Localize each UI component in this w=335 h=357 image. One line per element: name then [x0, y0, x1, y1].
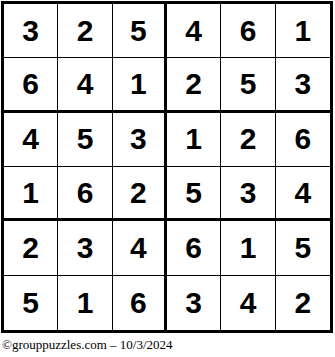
cell-r6c2: 1 — [58, 276, 112, 330]
cell-r5c5: 1 — [221, 221, 275, 275]
cell-r5c4: 6 — [167, 221, 221, 275]
cell-r3c3: 3 — [113, 113, 167, 167]
cell-r2c4: 2 — [167, 58, 221, 112]
cell-r3c2: 5 — [58, 113, 112, 167]
cell-r3c4: 1 — [167, 113, 221, 167]
cell-r5c2: 3 — [58, 221, 112, 275]
cell-r5c6: 5 — [276, 221, 330, 275]
cell-r5c3: 4 — [113, 221, 167, 275]
cell-r1c5: 6 — [221, 4, 275, 58]
cell-r6c5: 4 — [221, 276, 275, 330]
cell-r4c4: 5 — [167, 167, 221, 221]
cell-r2c3: 1 — [113, 58, 167, 112]
cell-r6c6: 2 — [276, 276, 330, 330]
cell-r6c4: 3 — [167, 276, 221, 330]
cell-r2c5: 5 — [221, 58, 275, 112]
cell-r3c5: 2 — [221, 113, 275, 167]
cell-r6c1: 5 — [4, 276, 58, 330]
cell-r4c6: 4 — [276, 167, 330, 221]
cell-r4c2: 6 — [58, 167, 112, 221]
cell-r1c3: 5 — [113, 4, 167, 58]
cell-r4c1: 1 — [4, 167, 58, 221]
cell-r2c2: 4 — [58, 58, 112, 112]
cell-r1c1: 3 — [4, 4, 58, 58]
cell-r6c3: 6 — [113, 276, 167, 330]
sudoku-page: 3 2 5 4 6 1 6 4 1 2 5 3 4 5 3 1 2 6 1 6 … — [0, 0, 335, 357]
cell-r1c4: 4 — [167, 4, 221, 58]
cell-r3c6: 6 — [276, 113, 330, 167]
cell-r4c3: 2 — [113, 167, 167, 221]
sudoku-board: 3 2 5 4 6 1 6 4 1 2 5 3 4 5 3 1 2 6 1 6 … — [1, 1, 333, 333]
copyright-footer: ©grouppuzzles.com – 10/3/2024 — [2, 337, 173, 353]
cell-r2c6: 3 — [276, 58, 330, 112]
cell-r5c1: 2 — [4, 221, 58, 275]
cell-r4c5: 3 — [221, 167, 275, 221]
cell-r2c1: 6 — [4, 58, 58, 112]
cell-r1c2: 2 — [58, 4, 112, 58]
cell-r3c1: 4 — [4, 113, 58, 167]
cell-r1c6: 1 — [276, 4, 330, 58]
